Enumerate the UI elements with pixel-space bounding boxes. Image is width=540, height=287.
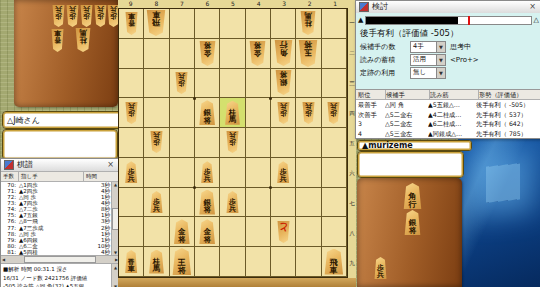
candidate-cell: 後手有利（ -505） [476,100,540,110]
engine-name: <Pro+> [450,56,479,64]
shogi-piece-sente[interactable]: 歩兵 [226,191,239,213]
piece-kanji: 歩 [110,13,117,20]
square-1四[interactable]: 歩兵 [322,98,347,128]
kifu-window: 棋譜 × 手数 指し手 時間 70:△1四歩3秒71:▲2四歩4秒72:△同 歩… [0,158,120,287]
candidate-move-row[interactable]: 4△5三金左▲同銀成△…先手有利（ 785） [356,129,540,139]
square-5三[interactable] [220,69,245,99]
shogi-piece-sente[interactable]: 銀将 [199,190,216,215]
candidate-cell: 先手有利（ 785） [476,129,540,139]
piece-kanji: 行 [409,200,417,208]
status-line-3: -505 読み筋 △同 角(32) ▲5五銀 [3,282,111,287]
file-label-3: 3 [271,0,297,8]
shogi-piece-gote[interactable]: 金将 [249,41,266,66]
piece-kanji: 銀 [279,79,287,87]
engine-status-text: ■解析 時間 00:31.1 深さ 16/31 ノード数 2421756 評価値… [1,263,119,287]
piece-kanji: 兵 [110,6,117,13]
piece-kanji: 金 [203,49,211,57]
shogi-piece-gote[interactable]: 歩兵 [302,102,315,124]
piece-kanji: 車 [152,11,160,19]
shogi-piece-gote[interactable]: 桂馬 [75,28,91,52]
square-6三[interactable] [195,69,220,99]
piece-kanji: 歩 [153,139,160,146]
analysis-window: 検討 × ▲ △ 後手有利（評価値 -505） 候補手の数 4手 ▼ 思考中 [355,0,540,139]
candidate-cell: 先手有利（ 537） [476,110,540,120]
piece-kanji: 兵 [178,73,185,80]
candidate-cell: 次善手 [356,110,385,120]
square-2六[interactable] [296,158,321,188]
control-joseki: 定跡の利用 無し ▼ [360,67,446,78]
shogi-piece-sente[interactable]: 桂馬 [148,250,164,274]
square-1八[interactable] [322,217,347,247]
sente-mark: ▲ [358,17,363,24]
candidates-dropdown[interactable]: 4手 ▼ [410,41,446,53]
kifu-move-list[interactable]: 70:△1四歩3秒71:▲2四歩4秒72:△同 歩1秒73:▲7四歩4秒74:△… [1,182,119,255]
square-8五[interactable]: 歩兵 [144,128,169,158]
square-1二[interactable] [322,39,347,69]
piece-kanji: と [278,222,288,232]
square-6二[interactable]: 金将 [195,39,220,69]
dropdown-value: 4手 [411,43,436,50]
scroll-up-icon[interactable]: ▲ [114,182,117,187]
evaluation-needle [468,16,470,25]
piece-kanji: 角 [279,49,287,57]
scroll-up-icon[interactable]: ▲ [114,264,117,273]
scroll-down-icon[interactable]: ▼ [114,283,117,287]
evaluation-bar [365,16,531,25]
gote-mark: △ [534,17,539,24]
square-5五[interactable]: 歩兵 [220,128,245,158]
square-7八[interactable]: 金将 [170,217,195,247]
shogi-piece-sente[interactable]: 飛車 [324,249,344,275]
piece-kanji: 将 [304,41,312,49]
rank-label-7: 七 [348,188,356,218]
shogi-board: 987654321 一二三四五六七八九 香車飛車桂馬金将金将角行玉将歩兵銀将歩兵… [118,0,356,287]
square-9二[interactable] [119,39,144,69]
square-3二[interactable]: 角行 [271,39,296,69]
gote-name-label: △J崎さん [2,111,126,129]
piece-kanji: 行 [279,41,287,49]
candidate-cell: 4 [356,129,385,139]
piece-kanji: 馬 [79,29,87,37]
dropdown-value: 無し [411,69,436,76]
square-7七[interactable] [170,188,195,218]
shogi-piece-sente[interactable]: 金将 [199,219,216,244]
shogi-piece-gote[interactable]: 玉将 [298,40,318,67]
dropdown-value: 活用 [411,56,436,63]
square-5九[interactable] [220,247,245,277]
shogi-piece-sente[interactable]: 歩兵 [125,161,138,183]
shogi-piece-gote[interactable]: 香車 [125,12,138,35]
square-4四[interactable] [246,98,271,128]
candidate-cell: ▲4二桂成… [428,110,476,120]
square-7二[interactable] [170,39,195,69]
piece-kanji: 兵 [377,271,384,278]
status-line-1: ■解析 時間 00:31.1 深さ [3,265,111,274]
piece-kanji: 兵 [305,103,312,110]
square-4六[interactable] [246,158,271,188]
candidate-move-row[interactable]: 3△5二金左▲6二桂成…先手有利（ 642） [356,119,540,129]
scroll-down-icon[interactable]: ▼ [114,250,117,255]
kifu-column-headers: 手数 指し手 時間 [1,172,119,182]
file-label-1: 1 [323,0,349,8]
file-label-9: 9 [118,0,144,8]
candidate-cell: △5二金左 [385,119,428,129]
scroll-left-icon[interactable]: ◀ [2,257,5,262]
windows-logo [486,163,520,203]
evaluation-bar-row: ▲ △ [358,16,539,25]
piece-kanji: 車 [128,13,135,20]
shogi-piece-sente[interactable]: 歩兵 [150,191,163,213]
square-3七[interactable] [271,188,296,218]
square-1九[interactable]: 飛車 [322,247,347,277]
square-2四[interactable]: 歩兵 [296,98,321,128]
kifu-app-icon [4,160,14,170]
square-4二[interactable]: 金将 [246,39,271,69]
square-8一[interactable]: 飛車 [144,9,169,39]
file-label-2: 2 [297,0,323,8]
shogi-piece-sente[interactable]: 金将 [173,219,190,244]
rank-label-6: 六 [348,158,356,188]
header-candidate: 候補手 [386,90,430,99]
control-label: 候補手の数 [360,42,406,52]
piece-kanji: 将 [203,206,211,214]
square-4五[interactable] [246,128,271,158]
piece-kanji: 兵 [280,103,287,110]
piece-kanji: 馬 [229,116,237,124]
piece-kanji: 将 [203,236,211,244]
square-6六[interactable]: 歩兵 [195,158,220,188]
piece-kanji: 兵 [153,205,160,212]
square-4九[interactable] [246,247,271,277]
control-candidates: 候補手の数 4手 ▼ 思考中 [360,41,471,52]
piece-kanji: 馬 [153,265,161,273]
chevron-down-icon[interactable]: ▼ [436,42,445,52]
gote-name-text: △J崎さん [7,115,40,126]
shogi-piece-gote[interactable]: 角行 [274,40,293,66]
square-9七[interactable] [119,188,144,218]
board-frame [118,278,356,287]
square-4一[interactable] [246,9,271,39]
square-9一[interactable]: 香車 [119,9,144,39]
chevron-down-icon[interactable]: ▼ [436,55,445,65]
square-5四[interactable]: 桂馬 [220,98,245,128]
piece-kanji: 兵 [153,132,160,139]
piece-kanji: 飛 [152,19,160,27]
square-1六[interactable] [322,158,347,188]
kifu-window-title: 棋譜 [17,161,102,169]
piece-kanji: 将 [203,42,211,50]
shogi-piece-gote[interactable]: 歩兵 [80,5,93,27]
square-2七[interactable] [296,188,321,218]
square-8四[interactable] [144,98,169,128]
square-9八[interactable] [119,217,144,247]
shogi-piece-sente[interactable]: 歩兵 [277,161,290,183]
candidate-cell: ▲6二桂成… [428,119,476,129]
piece-kanji: 兵 [229,132,236,139]
square-9三[interactable] [119,69,144,99]
square-3六[interactable]: 歩兵 [271,158,296,188]
square-3五[interactable] [271,128,296,158]
candidate-cell: 最善手 [356,100,385,110]
square-3九[interactable] [271,247,296,277]
piece-kanji: 兵 [330,103,337,110]
candidate-moves-table: 順位 候補手 読み筋 形勢（評価値） 最善手△同 角▲5五銀△…後手有利（ -5… [356,89,540,138]
header-pv: 読み筋 [430,90,479,99]
kifu-move-row[interactable]: 81:▲5四桂4秒 [1,249,119,255]
shogi-piece-gote[interactable]: 歩兵 [66,5,79,27]
control-accumulate: 読みの蓄積 活用 ▼ <Pro+> [360,54,479,65]
table-header-row: 順位 候補手 読み筋 形勢（評価値） [356,90,540,100]
shogi-piece-gote[interactable]: 金将 [199,41,216,66]
square-9九[interactable]: 香車 [119,247,144,277]
sente-name-label: ▲murizeme [357,140,472,151]
square-9五[interactable] [119,128,144,158]
square-8八[interactable] [144,217,169,247]
square-3四[interactable]: 歩兵 [271,98,296,128]
kifu-titlebar[interactable]: 棋譜 × [1,159,119,172]
piece-kanji: 将 [203,117,211,125]
file-label-5: 5 [220,0,246,8]
analysis-close-icon[interactable]: × [527,3,538,11]
shogi-piece-gote[interactable]: 歩兵 [226,131,239,153]
shogi-piece-gote[interactable]: 歩兵 [175,72,188,94]
shogi-piece-gote[interactable]: 歩兵 [327,102,340,124]
shogi-piece-gote[interactable]: 香車 [51,29,64,52]
square-6七[interactable]: 銀将 [195,188,220,218]
candidate-move-row[interactable]: 次善手△5二金右▲4二桂成…先手有利（ 537） [356,110,540,120]
square-4八[interactable] [246,217,271,247]
shogi-piece-sente[interactable]: 角行 [403,183,422,209]
shogi-piece-gote[interactable]: 歩兵 [52,5,65,27]
scrollbar-thumb[interactable] [24,256,96,263]
header-eval: 形勢（評価値） [479,90,540,99]
square-5一[interactable] [220,9,245,39]
piece-kanji: 将 [409,227,417,235]
square-6四[interactable]: 銀将 [195,98,220,128]
candidate-cell: △5三金左 [385,129,428,139]
analysis-app-icon [359,2,369,12]
piece-kanji: 兵 [69,6,76,13]
board-grid: 香車飛車桂馬金将金将角行玉将歩兵銀将歩兵銀将桂馬歩兵歩兵歩兵歩兵歩兵歩兵歩兵歩兵… [118,8,348,278]
piece-kanji: 香 [54,37,61,44]
square-8六[interactable] [144,158,169,188]
square-7一[interactable] [170,9,195,39]
square-4三[interactable] [246,69,271,99]
shogi-piece-gote[interactable]: 歩兵 [277,102,290,124]
header-rank: 順位 [356,90,386,99]
square-9四[interactable]: 歩兵 [119,98,144,128]
file-label-4: 4 [246,0,272,8]
shogi-piece-gote[interactable]: 歩兵 [125,102,138,124]
file-coordinates: 987654321 [118,0,348,8]
square-6八[interactable]: 金将 [195,217,220,247]
shogi-piece-sente[interactable]: 香車 [125,250,138,273]
kifu-cell: 81: [1,249,17,255]
kifu-header-time: 時間 [84,172,119,181]
square-7四[interactable] [170,98,195,128]
file-label-6: 6 [195,0,221,8]
shogi-piece-sente[interactable]: 歩兵 [374,257,387,279]
piece-kanji: 歩 [229,139,236,146]
piece-kanji: 将 [178,236,186,244]
piece-kanji: 金 [254,49,262,57]
piece-kanji: 車 [128,265,135,272]
square-5六[interactable] [220,158,245,188]
square-3三[interactable]: 銀将 [271,69,296,99]
square-1七[interactable] [322,188,347,218]
piece-kanji: 兵 [128,103,135,110]
square-1三[interactable] [322,69,347,99]
control-label: 定跡の利用 [360,68,406,78]
control-label: 読みの蓄積 [360,55,406,65]
analysis-window-title: 検討 [372,3,524,11]
square-2九[interactable] [296,247,321,277]
square-5二[interactable] [220,39,245,69]
shogi-piece-sente[interactable]: 桂馬 [224,101,240,125]
candidate-cell: △5二金右 [385,110,428,120]
piece-kanji: 将 [279,71,287,79]
gote-piece-stand: 歩兵歩兵歩兵歩兵歩兵香車桂馬 [14,0,118,107]
square-3八[interactable]: と [271,217,296,247]
kifu-horizontal-scrollbar[interactable]: ◀ ▶ [1,255,119,263]
square-7五[interactable] [170,128,195,158]
piece-kanji: 兵 [128,175,135,182]
shogi-piece-sente[interactable]: 歩兵 [201,161,214,183]
square-6一[interactable] [195,9,220,39]
square-7六[interactable] [170,158,195,188]
rank-label-8: 八 [348,218,356,248]
app-root: 歩兵歩兵歩兵歩兵歩兵香車桂馬 △J崎さん 棋譜 × 手数 指し手 時間 70:△… [0,0,540,287]
square-7九[interactable]: 王将 [170,247,195,277]
evaluation-bar-fill [366,17,458,24]
square-6五[interactable] [195,128,220,158]
candidate-cell: ▲同銀成△… [428,129,476,139]
shogi-piece-gote[interactable]: 歩兵 [150,131,163,153]
piece-kanji: 歩 [55,13,62,20]
shogi-piece-gote[interactable]: 銀将 [275,70,292,95]
square-1一[interactable] [322,9,347,39]
square-2八[interactable] [296,217,321,247]
sente-name-text: ▲murizeme [362,141,413,150]
square-8九[interactable]: 桂馬 [144,247,169,277]
file-label-7: 7 [169,0,195,8]
square-5七[interactable]: 歩兵 [220,188,245,218]
file-label-8: 8 [144,0,170,8]
piece-kanji: 馬 [305,12,313,20]
shogi-piece-sente[interactable]: 銀将 [404,210,421,235]
piece-kanji: 兵 [280,175,287,182]
square-6九[interactable] [195,247,220,277]
square-9六[interactable]: 歩兵 [119,158,144,188]
piece-kanji: 歩 [97,13,104,20]
square-3一[interactable] [271,9,296,39]
square-2三[interactable] [296,69,321,99]
kifu-header-moveno: 手数 [1,172,19,181]
piece-kanji: 桂 [305,20,313,28]
shogi-piece-gote[interactable]: 桂馬 [300,11,316,35]
accumulate-dropdown[interactable]: 活用 ▼ [410,54,446,66]
piece-kanji: 兵 [55,6,62,13]
kifu-close-icon[interactable]: × [105,161,116,169]
candidate-cell: 先手有利（ 642） [476,119,540,129]
piece-kanji: 車 [54,30,61,37]
thinking-status: 思考中 [450,42,471,52]
kifu-header-move: 指し手 [19,172,84,181]
analysis-body: ▲ △ 後手有利（評価値 -505） 候補手の数 4手 ▼ 思考中 読みの蓄積 [356,13,540,138]
square-2五[interactable] [296,128,321,158]
candidate-cell: 3 [356,119,385,129]
square-4七[interactable] [246,188,271,218]
shogi-piece-sente[interactable]: 王将 [172,248,192,275]
square-5八[interactable] [220,217,245,247]
gote-comment-box[interactable] [2,129,118,160]
piece-kanji: 兵 [229,205,236,212]
square-1五[interactable] [322,128,347,158]
sente-piece-stand: 角行銀将歩兵 [357,178,462,287]
rank-label-9: 九 [348,248,356,278]
piece-kanji: 車 [330,266,338,274]
square-7三[interactable]: 歩兵 [170,69,195,99]
piece-kanji: 桂 [79,37,87,45]
square-2二[interactable]: 玉将 [296,39,321,69]
candidate-cell: ▲5五銀△… [428,100,476,110]
candidate-move-row[interactable]: 最善手△同 角▲5五銀△…後手有利（ -505） [356,100,540,110]
square-8三[interactable] [144,69,169,99]
shogi-piece-gote[interactable]: 飛車 [146,10,166,36]
sente-comment-box[interactable] [357,151,464,178]
chevron-down-icon[interactable]: ▼ [436,68,445,78]
evaluation-summary: 後手有利（評価値 -505） [360,28,459,40]
piece-kanji: 将 [178,266,186,274]
shogi-piece-gote[interactable]: 歩兵 [94,5,107,27]
piece-kanji: 兵 [83,6,90,13]
shogi-piece-gote[interactable]: と [277,221,290,243]
piece-kanji: 歩 [69,13,76,20]
square-2一[interactable]: 桂馬 [296,9,321,39]
piece-kanji: 歩 [83,13,90,20]
piece-kanji: 将 [254,42,262,50]
shogi-piece-sente[interactable]: 銀将 [199,100,216,125]
square-8二[interactable] [144,39,169,69]
status-line-2: 16/31 ノード数 2421756 評価値 [3,274,111,283]
candidate-cell: △同 角 [385,100,428,110]
piece-kanji: 兵 [204,175,211,182]
kifu-cell: ▲5四桂 [17,249,81,255]
square-8七[interactable]: 歩兵 [144,188,169,218]
joseki-dropdown[interactable]: 無し ▼ [410,67,446,79]
piece-kanji: 兵 [97,6,104,13]
